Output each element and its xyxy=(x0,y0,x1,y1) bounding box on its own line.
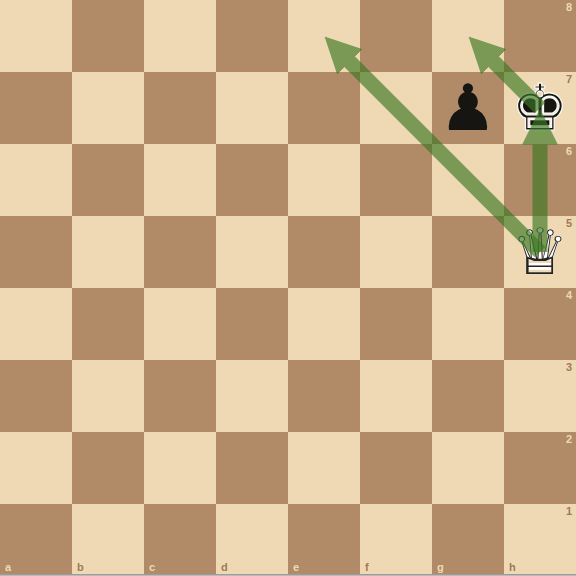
piece-black-king-h7[interactable]: ♚ xyxy=(504,72,576,144)
square-b5[interactable] xyxy=(72,216,144,288)
file-label-b: b xyxy=(77,562,84,573)
square-a8[interactable] xyxy=(0,0,72,72)
file-label-a: a xyxy=(5,562,11,573)
square-f2[interactable] xyxy=(360,432,432,504)
square-e7[interactable] xyxy=(288,72,360,144)
square-e8[interactable] xyxy=(288,0,360,72)
square-b4[interactable] xyxy=(72,288,144,360)
file-label-h: h xyxy=(509,562,516,573)
piece-white-queen-h5[interactable]: ♛♕ xyxy=(504,216,576,288)
square-d8[interactable] xyxy=(216,0,288,72)
square-d6[interactable] xyxy=(216,144,288,216)
square-f8[interactable] xyxy=(360,0,432,72)
square-g6[interactable] xyxy=(432,144,504,216)
square-e5[interactable] xyxy=(288,216,360,288)
square-e4[interactable] xyxy=(288,288,360,360)
square-f1[interactable] xyxy=(360,504,432,576)
white-queen-glyph-outline: ♕ xyxy=(504,216,576,288)
file-label-g: g xyxy=(437,562,444,573)
square-c5[interactable] xyxy=(144,216,216,288)
black-pawn-glyph: ♟ xyxy=(432,72,504,144)
square-a2[interactable] xyxy=(0,432,72,504)
square-c7[interactable] xyxy=(144,72,216,144)
square-g3[interactable] xyxy=(432,360,504,432)
square-b2[interactable] xyxy=(72,432,144,504)
square-g4[interactable] xyxy=(432,288,504,360)
square-a4[interactable] xyxy=(0,288,72,360)
square-a5[interactable] xyxy=(0,216,72,288)
square-b8[interactable] xyxy=(72,0,144,72)
file-label-d: d xyxy=(221,562,228,573)
rank-label-1: 1 xyxy=(552,506,572,517)
square-f4[interactable] xyxy=(360,288,432,360)
square-f5[interactable] xyxy=(360,216,432,288)
rank-label-3: 3 xyxy=(552,362,572,373)
square-c2[interactable] xyxy=(144,432,216,504)
chess-board-stage: 12345678abcdefgh ♟♚♛♕ xyxy=(0,0,576,576)
rank-label-4: 4 xyxy=(552,290,572,301)
square-c4[interactable] xyxy=(144,288,216,360)
file-label-c: c xyxy=(149,562,155,573)
square-d5[interactable] xyxy=(216,216,288,288)
square-c6[interactable] xyxy=(144,144,216,216)
rank-label-2: 2 xyxy=(552,434,572,445)
square-b3[interactable] xyxy=(72,360,144,432)
square-f3[interactable] xyxy=(360,360,432,432)
square-d3[interactable] xyxy=(216,360,288,432)
square-g2[interactable] xyxy=(432,432,504,504)
file-label-e: e xyxy=(293,562,299,573)
square-f6[interactable] xyxy=(360,144,432,216)
square-e3[interactable] xyxy=(288,360,360,432)
file-label-f: f xyxy=(365,562,369,573)
square-b6[interactable] xyxy=(72,144,144,216)
black-king-glyph: ♚ xyxy=(504,72,576,144)
rank-label-6: 6 xyxy=(552,146,572,157)
square-g8[interactable] xyxy=(432,0,504,72)
square-e2[interactable] xyxy=(288,432,360,504)
square-f7[interactable] xyxy=(360,72,432,144)
piece-black-pawn-g7[interactable]: ♟ xyxy=(432,72,504,144)
square-d7[interactable] xyxy=(216,72,288,144)
square-b7[interactable] xyxy=(72,72,144,144)
square-d2[interactable] xyxy=(216,432,288,504)
square-a3[interactable] xyxy=(0,360,72,432)
square-a7[interactable] xyxy=(0,72,72,144)
square-c8[interactable] xyxy=(144,0,216,72)
rank-label-8: 8 xyxy=(552,2,572,13)
square-a6[interactable] xyxy=(0,144,72,216)
square-g5[interactable] xyxy=(432,216,504,288)
square-e6[interactable] xyxy=(288,144,360,216)
square-d4[interactable] xyxy=(216,288,288,360)
square-c3[interactable] xyxy=(144,360,216,432)
